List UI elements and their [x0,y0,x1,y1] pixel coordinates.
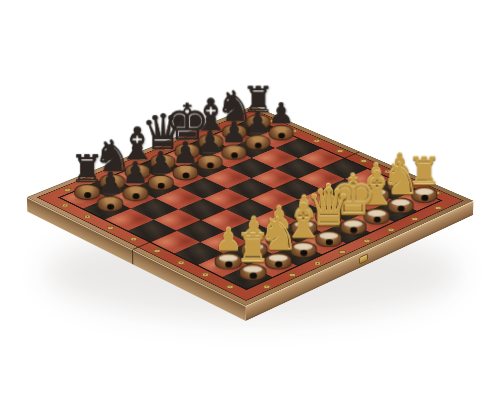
border-inlay [411,217,418,220]
border-inlay [290,129,297,132]
border-inlay [363,239,370,242]
border-inlay [83,215,91,218]
fold-seam-side [132,249,134,264]
scene-3d: ♜♞♝♛♚♝♞♜♟♟♟♟♟♟♟♟♟♟♟♟♟♟♟♟♜♞♝♛♚♝♞♜ [0,0,500,400]
pawn-icon: ♟ [96,169,123,198]
border-inlay [434,207,441,210]
rook-icon: ♜ [235,229,271,267]
chessboard: ♜♞♝♛♚♝♞♜♟♟♟♟♟♟♟♟♟♟♟♟♟♟♟♟♜♞♝♛♚♝♞♜ [27,106,474,306]
border-inlay [336,149,343,152]
piece-wooden-base [97,195,123,211]
border-inlay [201,273,209,277]
border-inlay [267,119,274,122]
border-inlay [187,138,194,141]
piece-figure: ♟ [82,169,138,211]
border-inlay [226,285,234,289]
border-inlay [263,285,271,289]
border-inlay [338,251,345,254]
border-inlay [61,204,69,207]
border-inlay [387,228,394,231]
border-inlay [163,148,170,151]
border-inlay [288,273,295,277]
border-inlay [313,139,320,142]
piece-wooden-base [239,264,266,281]
piece-figure: ♜ [223,229,282,281]
border-inlay [106,226,114,229]
border-inlay [235,119,242,122]
brass-clasp [359,253,368,264]
border-inlay [177,261,185,264]
border-inlay [153,249,161,252]
photo-canvas: ♜♞♝♛♚♝♞♜♟♟♟♟♟♟♟♟♟♟♟♟♟♟♟♟♜♞♝♛♚♝♞♜ [0,0,500,400]
border-inlay [130,237,138,240]
border-inlay [211,129,218,132]
border-inlay [314,262,321,265]
